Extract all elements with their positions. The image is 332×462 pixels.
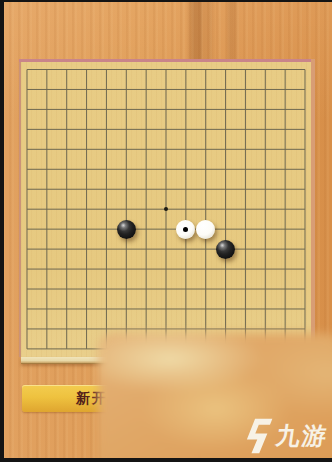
white-stone [176, 220, 195, 239]
game-screenshot: 新开 九游 [0, 0, 332, 462]
letterbox-left [0, 0, 4, 462]
last-move-marker [183, 227, 188, 232]
9game-logo-icon [241, 417, 273, 455]
black-stone [117, 220, 136, 239]
letterbox-bottom [0, 458, 332, 462]
game-board[interactable] [21, 62, 311, 357]
board-edge-right [311, 59, 315, 358]
white-stone [196, 220, 215, 239]
letterbox-top [0, 0, 332, 2]
watermark: 九游 [241, 416, 328, 456]
black-stone [216, 240, 235, 259]
watermark-text: 九游 [274, 420, 330, 452]
